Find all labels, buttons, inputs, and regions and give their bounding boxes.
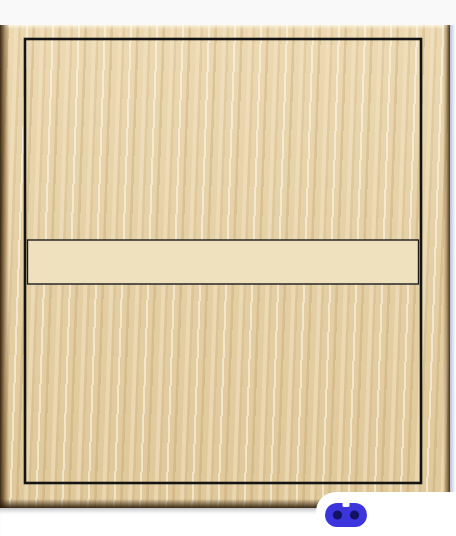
board-bevel-top: [0, 25, 450, 29]
xiangqi-app: [0, 0, 456, 536]
xiangqi-board[interactable]: [0, 25, 450, 508]
river-label-right: [292, 247, 402, 279]
board-bevel-left: [0, 25, 9, 508]
top-coordinate-strip: [0, 0, 456, 25]
board-bevel-right: [443, 25, 450, 508]
watermark-badge: [316, 492, 456, 536]
board-right-gutter: [450, 25, 456, 508]
river-label-left: [42, 247, 152, 279]
gamepad-icon: [324, 498, 368, 530]
